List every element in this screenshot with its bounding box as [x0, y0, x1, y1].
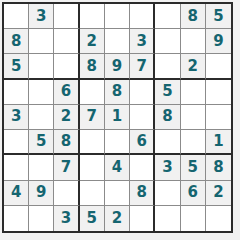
cell-r4c5[interactable]: 8 [105, 80, 130, 105]
cell-r5c8[interactable] [181, 105, 206, 130]
cell-r9c7[interactable] [155, 206, 180, 231]
cell-r5c1[interactable]: 3 [4, 105, 29, 130]
given-digit: 5 [187, 160, 197, 175]
given-digit: 1 [112, 109, 122, 124]
cell-r8c4[interactable] [80, 181, 105, 206]
cell-r2c6[interactable]: 3 [130, 29, 155, 54]
cell-r6c9[interactable]: 1 [206, 130, 231, 155]
cell-r6c2[interactable]: 5 [29, 130, 54, 155]
cell-r6c5[interactable] [105, 130, 130, 155]
cell-r1c8[interactable]: 8 [181, 4, 206, 29]
given-digit: 7 [137, 59, 147, 74]
given-digit: 8 [11, 34, 21, 49]
given-digit: 3 [61, 211, 71, 226]
cell-r8c5[interactable] [105, 181, 130, 206]
cell-r1c6[interactable] [130, 4, 155, 29]
given-digit: 8 [112, 84, 122, 99]
given-digit: 3 [36, 9, 46, 24]
cell-r5c5[interactable]: 1 [105, 105, 130, 130]
cell-r1c9[interactable]: 5 [206, 4, 231, 29]
cell-r2c7[interactable] [155, 29, 180, 54]
given-digit: 5 [36, 134, 46, 149]
cell-r5c7[interactable]: 8 [155, 105, 180, 130]
cell-r1c4[interactable] [80, 4, 105, 29]
cell-r3c9[interactable] [206, 54, 231, 79]
cell-r7c2[interactable] [29, 155, 54, 180]
given-digit: 9 [36, 185, 46, 200]
cell-r2c4[interactable]: 2 [80, 29, 105, 54]
given-digit: 7 [87, 109, 97, 124]
cell-r9c2[interactable] [29, 206, 54, 231]
given-digit: 4 [11, 185, 21, 200]
given-digit: 3 [162, 160, 172, 175]
given-digit: 2 [112, 211, 122, 226]
given-digit: 8 [87, 59, 97, 74]
cell-r3c1[interactable]: 5 [4, 54, 29, 79]
given-digit: 8 [61, 134, 71, 149]
cell-r7c5[interactable]: 4 [105, 155, 130, 180]
given-digit: 9 [112, 59, 122, 74]
cell-r6c1[interactable] [4, 130, 29, 155]
cell-r9c3[interactable]: 3 [54, 206, 79, 231]
cell-r4c2[interactable] [29, 80, 54, 105]
cell-r6c3[interactable]: 8 [54, 130, 79, 155]
cell-r9c5[interactable]: 2 [105, 206, 130, 231]
cell-r4c3[interactable]: 6 [54, 80, 79, 105]
given-digit: 3 [137, 34, 147, 49]
cell-r6c8[interactable] [181, 130, 206, 155]
cell-r3c8[interactable]: 2 [181, 54, 206, 79]
given-digit: 6 [61, 84, 71, 99]
cell-r9c6[interactable] [130, 206, 155, 231]
given-digit: 2 [187, 59, 197, 74]
given-digit: 6 [137, 134, 147, 149]
given-digit: 5 [213, 9, 223, 24]
cell-r8c9[interactable]: 2 [206, 181, 231, 206]
cell-r7c4[interactable] [80, 155, 105, 180]
cell-r3c2[interactable] [29, 54, 54, 79]
cell-r1c5[interactable] [105, 4, 130, 29]
cell-r7c9[interactable]: 8 [206, 155, 231, 180]
cell-r5c4[interactable]: 7 [80, 105, 105, 130]
cell-r3c7[interactable] [155, 54, 180, 79]
given-digit: 8 [187, 9, 197, 24]
cell-r2c2[interactable] [29, 29, 54, 54]
cell-r7c6[interactable] [130, 155, 155, 180]
cell-r5c6[interactable] [130, 105, 155, 130]
cell-r1c7[interactable] [155, 4, 180, 29]
cell-r2c3[interactable] [54, 29, 79, 54]
cell-r2c9[interactable]: 9 [206, 29, 231, 54]
cell-r9c9[interactable] [206, 206, 231, 231]
given-digit: 8 [137, 185, 147, 200]
cell-r3c4[interactable]: 8 [80, 54, 105, 79]
given-digit: 6 [187, 185, 197, 200]
cell-r8c8[interactable]: 6 [181, 181, 206, 206]
given-digit: 2 [87, 34, 97, 49]
cell-r8c3[interactable] [54, 181, 79, 206]
cell-r1c3[interactable] [54, 4, 79, 29]
given-digit: 3 [11, 109, 21, 124]
cell-r7c1[interactable] [4, 155, 29, 180]
given-digit: 5 [162, 84, 172, 99]
cell-r9c8[interactable] [181, 206, 206, 231]
cell-r6c7[interactable] [155, 130, 180, 155]
cell-r1c1[interactable] [4, 4, 29, 29]
cell-r4c6[interactable] [130, 80, 155, 105]
given-digit: 8 [162, 109, 172, 124]
cell-r3c5[interactable]: 9 [105, 54, 130, 79]
given-digit: 7 [61, 160, 71, 175]
cell-r3c3[interactable] [54, 54, 79, 79]
given-digit: 2 [61, 109, 71, 124]
cell-r7c3[interactable]: 7 [54, 155, 79, 180]
cell-r8c2[interactable]: 9 [29, 181, 54, 206]
given-digit: 9 [213, 34, 223, 49]
given-digit: 2 [213, 185, 223, 200]
cell-r2c8[interactable] [181, 29, 206, 54]
cell-r9c4[interactable]: 5 [80, 206, 105, 231]
cell-r4c1[interactable] [4, 80, 29, 105]
given-digit: 4 [112, 160, 122, 175]
cell-r4c7[interactable]: 5 [155, 80, 180, 105]
sudoku-board: 3858239589726853271858617435849862352 [2, 2, 233, 233]
cell-r8c6[interactable]: 8 [130, 181, 155, 206]
given-digit: 8 [213, 160, 223, 175]
cell-r4c4[interactable] [80, 80, 105, 105]
given-digit: 5 [87, 211, 97, 226]
cell-r4c8[interactable] [181, 80, 206, 105]
cell-r8c7[interactable] [155, 181, 180, 206]
cell-r8c1[interactable]: 4 [4, 181, 29, 206]
cell-r5c9[interactable] [206, 105, 231, 130]
cell-r2c1[interactable]: 8 [4, 29, 29, 54]
cell-r3c6[interactable]: 7 [130, 54, 155, 79]
cell-r6c4[interactable] [80, 130, 105, 155]
given-digit: 5 [11, 59, 21, 74]
cell-r5c2[interactable] [29, 105, 54, 130]
cell-r7c8[interactable]: 5 [181, 155, 206, 180]
cell-r7c7[interactable]: 3 [155, 155, 180, 180]
cell-r4c9[interactable] [206, 80, 231, 105]
cell-r9c1[interactable] [4, 206, 29, 231]
given-digit: 1 [213, 134, 223, 149]
cell-r2c5[interactable] [105, 29, 130, 54]
cell-r5c3[interactable]: 2 [54, 105, 79, 130]
cell-r6c6[interactable]: 6 [130, 130, 155, 155]
cell-r1c2[interactable]: 3 [29, 4, 54, 29]
